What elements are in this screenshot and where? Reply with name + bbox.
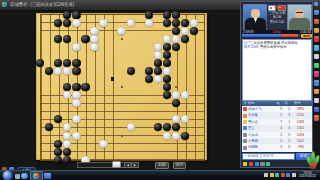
- system-tray: [264, 173, 296, 177]
- chat-message: 棋友2008: 黑棋中盘形势领先: [244, 45, 307, 49]
- black-stone: [145, 11, 153, 19]
- board-icon[interactable]: [314, 54, 319, 59]
- white-player-face: [295, 9, 304, 18]
- horn-icon[interactable]: [255, 162, 259, 166]
- rank-badge-icon: [243, 114, 247, 118]
- glasses-icon: [296, 12, 304, 13]
- trophy-icon[interactable]: [314, 63, 319, 68]
- winrate-blue-segment: [242, 34, 281, 37]
- video-icon[interactable]: [314, 45, 319, 50]
- white-stone: [63, 132, 71, 140]
- black-stone: [181, 132, 189, 140]
- black-stone: [72, 11, 80, 19]
- judge-button[interactable]: 判断: [155, 162, 169, 169]
- white-stone: [63, 140, 71, 148]
- black-stone: [63, 148, 71, 156]
- black-stone: [54, 148, 62, 156]
- winrate-red-segment: [281, 34, 299, 37]
- black-stone: [163, 59, 171, 67]
- game-info-panel: VS 三星杯决赛 第2局 黑贴6.5目 2:59:59 139手 2:45:30…: [240, 1, 313, 168]
- white-stone: [72, 91, 80, 99]
- user-icon[interactable]: [314, 10, 319, 15]
- white-stone: [172, 35, 180, 43]
- black-stone: [145, 75, 153, 83]
- rank-badge-icon: [243, 133, 247, 137]
- white-stone: [72, 115, 80, 123]
- komi-label: 黑贴6.5目: [267, 20, 285, 24]
- chat-tools-row: [243, 162, 270, 166]
- folder-icon[interactable]: [270, 173, 274, 177]
- black-player-photo[interactable]: [243, 4, 268, 31]
- messenger-icon[interactable]: [44, 173, 51, 180]
- skin-icon[interactable]: [314, 2, 318, 6]
- black-clock: 2:59:59: [243, 30, 254, 34]
- window-title: 弈城围棋 - [三星杯决赛第2局直播]: [10, 2, 74, 7]
- black-stone: [163, 43, 171, 51]
- black-stone: [154, 67, 162, 75]
- black-stone: [63, 19, 71, 27]
- start-button[interactable]: [3, 171, 12, 180]
- volume-icon[interactable]: [292, 173, 296, 177]
- black-stone: [72, 83, 80, 91]
- white-stone: [99, 140, 107, 148]
- black-player-face: [251, 9, 260, 18]
- rank-badge-icon: [243, 126, 247, 130]
- black-stone: [181, 35, 189, 43]
- match-round: 第2局: [267, 15, 285, 19]
- rank-badge-icon: [243, 107, 247, 111]
- black-stone: [145, 67, 153, 75]
- black-stone: [172, 11, 180, 19]
- side-icon-strip: [314, 10, 320, 135]
- white-stone: [90, 43, 98, 51]
- black-stone: [54, 156, 62, 164]
- hint-button[interactable]: 提示: [301, 34, 312, 38]
- black-stone: [63, 156, 71, 164]
- black-stone: [72, 67, 80, 75]
- white-stone: [127, 19, 135, 27]
- white-stone: [145, 19, 153, 27]
- hoshi-dot: [121, 86, 123, 88]
- white-stone: [72, 19, 80, 27]
- black-stone: [81, 35, 89, 43]
- goban[interactable]: [36, 13, 207, 160]
- mail-icon[interactable]: [314, 36, 319, 41]
- match-info-block: VS 三星杯决赛 第2局 黑贴6.5目: [267, 4, 287, 29]
- move-slider-handle[interactable]: [112, 161, 121, 168]
- white-stone: [72, 132, 80, 140]
- flower-icon[interactable]: [314, 71, 319, 76]
- white-stone: [163, 132, 171, 140]
- last-move-marker: [111, 77, 115, 81]
- white-stone: [172, 132, 180, 140]
- black-stone: [172, 43, 180, 51]
- gift-icon[interactable]: [314, 28, 319, 33]
- gift-icon[interactable]: [249, 162, 253, 166]
- taskbar-clock[interactable]: 19:55 2019/10/22: [297, 172, 318, 180]
- chat-input[interactable]: [242, 153, 295, 160]
- black-stone: [181, 19, 189, 27]
- black-stone: [163, 19, 171, 27]
- next-move-button[interactable]: ▶: [131, 162, 139, 168]
- black-stone: [54, 19, 62, 27]
- white-stone: [190, 19, 198, 27]
- black-stone: [172, 19, 180, 27]
- emoji-icon[interactable]: [243, 162, 247, 166]
- alert-icon[interactable]: [281, 173, 285, 177]
- shop-icon[interactable]: [314, 80, 319, 85]
- move-count: 139手: [273, 30, 282, 34]
- white-stone: [154, 51, 162, 59]
- white-stone: [99, 19, 107, 27]
- white-stone: [117, 27, 125, 35]
- hoshi-dot: [121, 135, 123, 137]
- font-icon[interactable]: [260, 162, 264, 166]
- hoshi-dot: [121, 38, 123, 40]
- plant-pot: [309, 163, 317, 169]
- vs-label: VS: [267, 6, 287, 10]
- app-icon: [2, 2, 7, 7]
- rank-badge-icon: [243, 139, 247, 143]
- app-window: 弈城围棋 - [三星杯决赛第2局直播] ◀ ▶ 判断 研究 直播中 VS 三星杯…: [0, 0, 320, 180]
- black-stone: [63, 11, 71, 19]
- white-stone: [90, 27, 98, 35]
- black-stone: [190, 27, 198, 35]
- browser-icon[interactable]: [21, 173, 28, 180]
- network-icon[interactable]: [286, 173, 290, 177]
- white-stone: [154, 43, 162, 51]
- shield-icon[interactable]: [275, 173, 279, 177]
- black-stone: [163, 11, 171, 19]
- winrate-bar: 提示: [242, 34, 312, 37]
- tray-arrow-icon[interactable]: [264, 173, 268, 177]
- study-button[interactable]: 研究: [173, 162, 186, 169]
- black-stone: [163, 51, 171, 59]
- help-icon[interactable]: [314, 107, 319, 112]
- white-stone: [163, 35, 171, 43]
- white-player-photo[interactable]: [287, 4, 312, 31]
- rank-badge-icon: [243, 120, 247, 124]
- rank-badge-icon: [243, 146, 247, 150]
- black-stone: [81, 83, 89, 91]
- plant-gadget: [306, 150, 320, 170]
- ranking-row[interactable]: 倒脱靴36996: [242, 144, 312, 150]
- white-stone: [154, 75, 162, 83]
- music-icon[interactable]: [314, 98, 319, 103]
- white-stone: [163, 67, 171, 75]
- power-icon[interactable]: [314, 115, 319, 120]
- camera-icon[interactable]: [314, 89, 319, 94]
- white-stone: [72, 43, 80, 51]
- chat-icon[interactable]: [314, 19, 319, 24]
- white-stone: [181, 27, 189, 35]
- ranking-rows: 弈城小飞921890天元客131520黑白道711488星位441350小尖冲2…: [242, 106, 312, 151]
- black-stone: [172, 27, 180, 35]
- black-stone: [127, 67, 135, 75]
- go-client-taskbar-button[interactable]: [30, 171, 43, 180]
- black-stone: [154, 59, 162, 67]
- show-desktop-icon[interactable]: [15, 174, 20, 179]
- white-stone: [72, 99, 80, 107]
- ranking-table[interactable]: 名 棋手 胜 负 积分 弈城小飞921890天元客131520黑白道711488…: [242, 101, 312, 152]
- history-icon[interactable]: [266, 162, 270, 166]
- chat-pane[interactable]: [公告] 欢迎收看围棋直播,请文明观战棋友2008: 黑棋中盘形势领先: [242, 39, 312, 101]
- white-player-suit: [289, 18, 310, 30]
- black-stone: [54, 140, 62, 148]
- black-stone: [72, 59, 80, 67]
- white-stone: [90, 35, 98, 43]
